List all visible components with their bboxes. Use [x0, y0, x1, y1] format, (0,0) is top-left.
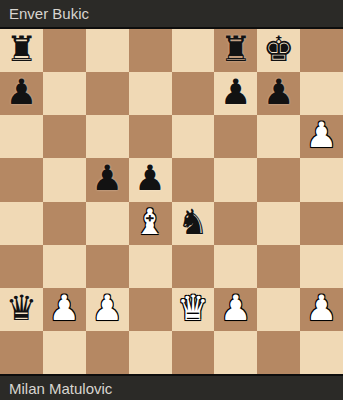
- square-f1[interactable]: [214, 331, 257, 374]
- square-f5[interactable]: [214, 158, 257, 201]
- white-bishop[interactable]: ♝: [134, 205, 165, 240]
- white-pawn[interactable]: ♟: [91, 291, 122, 326]
- square-f8[interactable]: ♜: [214, 29, 257, 72]
- square-a3[interactable]: [0, 245, 43, 288]
- square-b8[interactable]: [43, 29, 86, 72]
- square-e3[interactable]: [172, 245, 215, 288]
- white-queen[interactable]: ♛: [177, 291, 208, 326]
- black-knight[interactable]: ♞: [177, 205, 208, 240]
- square-d2[interactable]: [129, 288, 172, 331]
- chess-app-window: Enver Bukic ♜♜♚♟♟♟♟♟♟♝♞♛♟♟♛♟♟ Milan Matu…: [0, 0, 343, 400]
- square-c5[interactable]: ♟: [86, 158, 129, 201]
- black-rook[interactable]: ♜: [220, 32, 251, 67]
- square-b4[interactable]: [43, 202, 86, 245]
- white-pawn[interactable]: ♟: [306, 291, 337, 326]
- black-pawn[interactable]: ♟: [134, 161, 165, 196]
- square-f4[interactable]: [214, 202, 257, 245]
- square-f2[interactable]: ♟: [214, 288, 257, 331]
- player-bottom-name: Milan Matulovic: [9, 380, 112, 397]
- chess-board[interactable]: ♜♜♚♟♟♟♟♟♟♝♞♛♟♟♛♟♟: [0, 29, 343, 374]
- square-e8[interactable]: [172, 29, 215, 72]
- square-g8[interactable]: ♚: [257, 29, 300, 72]
- black-pawn[interactable]: ♟: [91, 161, 122, 196]
- square-d5[interactable]: ♟: [129, 158, 172, 201]
- square-e4[interactable]: ♞: [172, 202, 215, 245]
- square-d8[interactable]: [129, 29, 172, 72]
- square-g5[interactable]: [257, 158, 300, 201]
- player-top-name: Enver Bukic: [9, 5, 89, 22]
- square-c3[interactable]: [86, 245, 129, 288]
- square-e7[interactable]: [172, 72, 215, 115]
- square-h7[interactable]: [300, 72, 343, 115]
- square-d7[interactable]: [129, 72, 172, 115]
- square-f3[interactable]: [214, 245, 257, 288]
- square-c8[interactable]: [86, 29, 129, 72]
- square-h5[interactable]: [300, 158, 343, 201]
- square-a1[interactable]: [0, 331, 43, 374]
- white-pawn[interactable]: ♟: [306, 118, 337, 153]
- square-a8[interactable]: ♜: [0, 29, 43, 72]
- square-h4[interactable]: [300, 202, 343, 245]
- square-b5[interactable]: [43, 158, 86, 201]
- square-a7[interactable]: ♟: [0, 72, 43, 115]
- black-queen[interactable]: ♛: [6, 291, 37, 326]
- square-d1[interactable]: [129, 331, 172, 374]
- square-g2[interactable]: [257, 288, 300, 331]
- black-king[interactable]: ♚: [263, 32, 294, 67]
- square-g1[interactable]: [257, 331, 300, 374]
- square-c6[interactable]: [86, 115, 129, 158]
- square-a4[interactable]: [0, 202, 43, 245]
- square-e2[interactable]: ♛: [172, 288, 215, 331]
- black-rook[interactable]: ♜: [6, 32, 37, 67]
- square-h1[interactable]: [300, 331, 343, 374]
- square-g3[interactable]: [257, 245, 300, 288]
- white-pawn[interactable]: ♟: [49, 291, 80, 326]
- square-e5[interactable]: [172, 158, 215, 201]
- square-d3[interactable]: [129, 245, 172, 288]
- square-g7[interactable]: ♟: [257, 72, 300, 115]
- square-g6[interactable]: [257, 115, 300, 158]
- square-a5[interactable]: [0, 158, 43, 201]
- white-pawn[interactable]: ♟: [220, 291, 251, 326]
- square-h8[interactable]: [300, 29, 343, 72]
- square-b7[interactable]: [43, 72, 86, 115]
- square-c4[interactable]: [86, 202, 129, 245]
- black-pawn[interactable]: ♟: [6, 75, 37, 110]
- square-b1[interactable]: [43, 331, 86, 374]
- black-pawn[interactable]: ♟: [263, 75, 294, 110]
- square-h2[interactable]: ♟: [300, 288, 343, 331]
- black-pawn[interactable]: ♟: [220, 75, 251, 110]
- square-c1[interactable]: [86, 331, 129, 374]
- square-d6[interactable]: [129, 115, 172, 158]
- square-d4[interactable]: ♝: [129, 202, 172, 245]
- top-bar: Enver Bukic: [0, 0, 343, 29]
- square-a6[interactable]: [0, 115, 43, 158]
- square-b3[interactable]: [43, 245, 86, 288]
- square-a2[interactable]: ♛: [0, 288, 43, 331]
- square-f7[interactable]: ♟: [214, 72, 257, 115]
- square-g4[interactable]: [257, 202, 300, 245]
- square-f6[interactable]: [214, 115, 257, 158]
- square-h3[interactable]: [300, 245, 343, 288]
- square-c7[interactable]: [86, 72, 129, 115]
- bottom-bar: Milan Matulovic: [0, 374, 343, 400]
- square-e6[interactable]: [172, 115, 215, 158]
- square-c2[interactable]: ♟: [86, 288, 129, 331]
- square-b2[interactable]: ♟: [43, 288, 86, 331]
- square-b6[interactable]: [43, 115, 86, 158]
- square-e1[interactable]: [172, 331, 215, 374]
- square-h6[interactable]: ♟: [300, 115, 343, 158]
